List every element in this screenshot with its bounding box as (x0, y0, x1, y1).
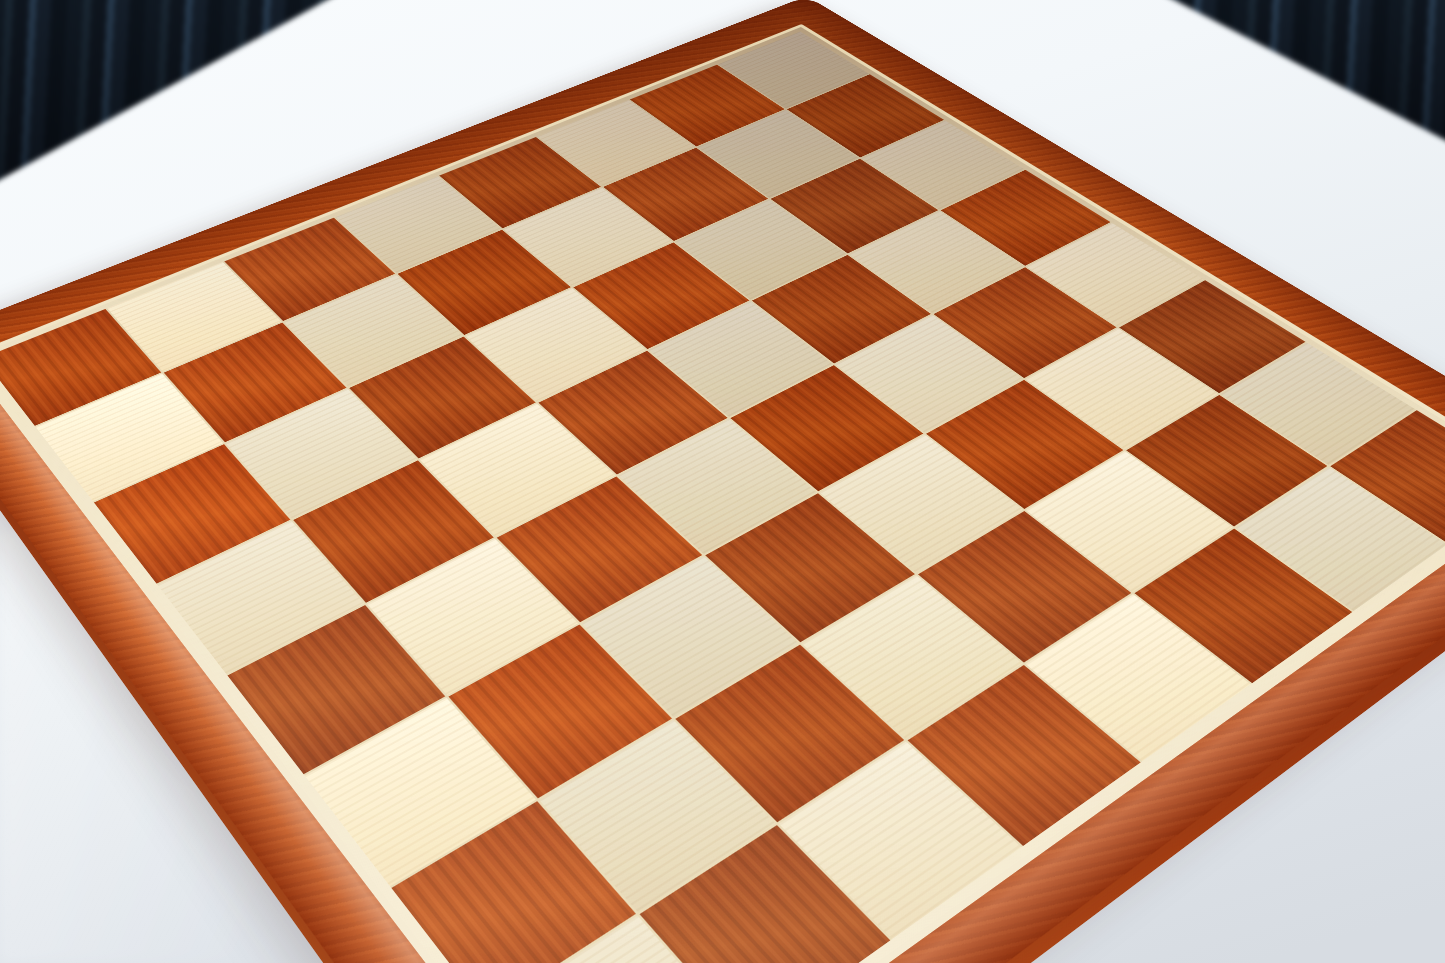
square-e1 (227, 604, 445, 774)
square-h1 (487, 914, 748, 963)
square-f5 (819, 434, 1022, 572)
square-h8 (1329, 410, 1445, 544)
square-h6 (1134, 528, 1352, 683)
square-e2 (367, 538, 578, 695)
square-e4 (617, 418, 816, 553)
square-h7 (1235, 467, 1445, 611)
square-f2 (448, 624, 671, 797)
square-f1 (304, 697, 535, 885)
square-f3 (581, 556, 797, 716)
square-f4 (705, 493, 914, 642)
square-e3 (497, 476, 702, 622)
playing-field (0, 31, 1445, 963)
square-d3 (419, 403, 614, 536)
square-h3 (778, 741, 1020, 938)
square-g6 (1025, 450, 1232, 591)
square-h4 (907, 664, 1141, 845)
square-g5 (917, 510, 1131, 662)
square-g4 (801, 574, 1022, 738)
chess-board (0, 0, 1445, 963)
square-h5 (1025, 593, 1251, 760)
photo-scene (0, 0, 1445, 963)
square-g3 (675, 644, 903, 821)
perspective-scene (0, 0, 1445, 963)
square-h2 (639, 824, 890, 963)
square-g2 (539, 719, 775, 912)
